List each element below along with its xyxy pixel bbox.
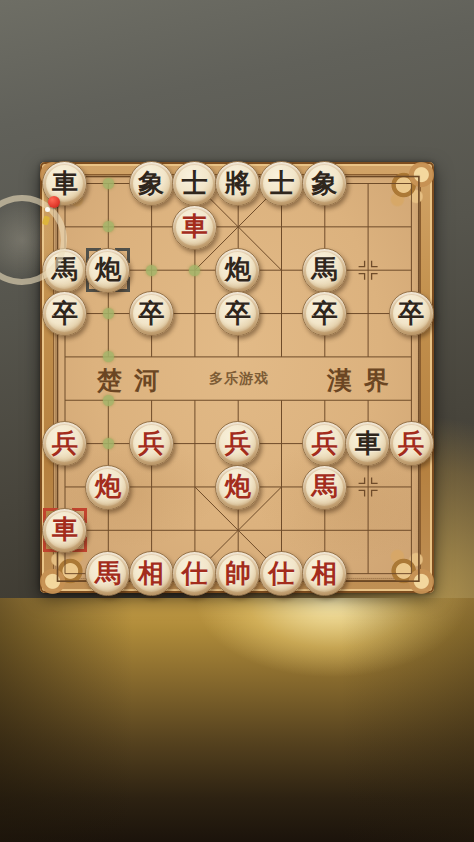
piece-character: 兵	[311, 431, 337, 457]
piece-red-horse-b9[interactable]: 馬	[85, 551, 130, 596]
piece-character: 卒	[138, 301, 164, 327]
piece-character: 卒	[311, 301, 337, 327]
piece-red-elephant-g9[interactable]: 相	[302, 551, 347, 596]
piece-black-cannon-e2[interactable]: 炮	[215, 248, 260, 293]
piece-black-soldier-g3[interactable]: 卒	[302, 291, 347, 336]
piece-character: 帥	[225, 561, 251, 587]
piece-character: 車	[52, 171, 78, 197]
blurred-background-bottom-glow	[0, 598, 474, 842]
piece-red-horse-g7[interactable]: 馬	[302, 465, 347, 510]
piece-red-cannon-b7[interactable]: 炮	[85, 465, 130, 510]
piece-character: 炮	[95, 257, 121, 283]
piece-character: 士	[268, 171, 294, 197]
piece-character: 車	[355, 431, 381, 457]
piece-character: 卒	[52, 301, 78, 327]
piece-red-general-e9[interactable]: 帥	[215, 551, 260, 596]
piece-character: 仕	[268, 561, 294, 587]
piece-red-soldier-a6[interactable]: 兵	[42, 421, 87, 466]
piece-black-soldier-e3[interactable]: 卒	[215, 291, 260, 336]
piece-black-advisor-f0[interactable]: 士	[259, 161, 304, 206]
piece-character: 象	[138, 171, 164, 197]
piece-character: 炮	[225, 474, 251, 500]
screen: 楚河 多乐游戏 漢界 車象士將士象車馬炮炮馬卒卒卒卒卒兵兵兵兵車兵炮炮馬車馬相仕…	[0, 0, 474, 842]
piece-black-elephant-g0[interactable]: 象	[302, 161, 347, 206]
piece-black-chariot-h6[interactable]: 車	[345, 421, 390, 466]
piece-black-general-e0[interactable]: 將	[215, 161, 260, 206]
piece-red-advisor-f9[interactable]: 仕	[259, 551, 304, 596]
piece-black-soldier-i3[interactable]: 卒	[389, 291, 434, 336]
piece-character: 象	[311, 171, 337, 197]
piece-character: 卒	[225, 301, 251, 327]
piece-character: 兵	[52, 431, 78, 457]
piece-black-advisor-d0[interactable]: 士	[172, 161, 217, 206]
piece-character: 馬	[95, 561, 121, 587]
piece-red-chariot-d1[interactable]: 車	[172, 205, 217, 250]
piece-character: 兵	[138, 431, 164, 457]
piece-character: 士	[182, 171, 208, 197]
piece-character: 馬	[311, 257, 337, 283]
piece-character: 炮	[95, 474, 121, 500]
piece-character: 車	[52, 517, 78, 543]
piece-character: 相	[311, 561, 337, 587]
sparkle-icon	[45, 207, 50, 212]
piece-black-horse-g2[interactable]: 馬	[302, 248, 347, 293]
piece-black-elephant-c0[interactable]: 象	[129, 161, 174, 206]
piece-character: 炮	[225, 257, 251, 283]
piece-black-cannon-b2[interactable]: 炮	[85, 248, 130, 293]
piece-character: 相	[138, 561, 164, 587]
piece-character: 兵	[398, 431, 424, 457]
piece-character: 車	[182, 214, 208, 240]
piece-grid: 車象士將士象車馬炮炮馬卒卒卒卒卒兵兵兵兵車兵炮炮馬車馬相仕帥仕相	[43, 162, 433, 596]
piece-red-soldier-g6[interactable]: 兵	[302, 421, 347, 466]
piece-character: 馬	[311, 474, 337, 500]
recording-indicator-icon	[48, 196, 60, 208]
piece-character: 兵	[225, 431, 251, 457]
piece-red-soldier-e6[interactable]: 兵	[215, 421, 260, 466]
piece-character: 將	[225, 171, 251, 197]
piece-red-soldier-i6[interactable]: 兵	[389, 421, 434, 466]
piece-red-soldier-c6[interactable]: 兵	[129, 421, 174, 466]
piece-red-elephant-c9[interactable]: 相	[129, 551, 174, 596]
piece-character: 卒	[398, 301, 424, 327]
piece-red-cannon-e7[interactable]: 炮	[215, 465, 260, 510]
piece-red-chariot-a8[interactable]: 車	[42, 508, 87, 553]
piece-red-advisor-d9[interactable]: 仕	[172, 551, 217, 596]
piece-black-soldier-c3[interactable]: 卒	[129, 291, 174, 336]
piece-character: 仕	[182, 561, 208, 587]
piece-black-soldier-a3[interactable]: 卒	[42, 291, 87, 336]
